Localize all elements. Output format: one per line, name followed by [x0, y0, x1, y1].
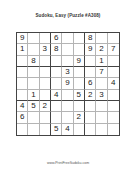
cell-r2c3: 3: [40, 44, 51, 55]
cell-r7c5: [62, 101, 73, 112]
cell-r2c9: 7: [108, 44, 119, 55]
cell-r4c6: [74, 67, 85, 78]
cell-r5c3: [40, 78, 51, 89]
cell-r1c5: [62, 33, 73, 44]
cell-r7c2: 5: [28, 101, 39, 112]
cell-r6c5: [62, 90, 73, 101]
cell-r9c9: [108, 124, 119, 135]
cell-r5c6: [74, 78, 85, 89]
cell-r9c1: [17, 124, 28, 135]
cell-r9c6: [74, 124, 85, 135]
footer-url: www.PrintFreeSudoku.com: [0, 161, 136, 165]
cell-r7c3: 2: [40, 101, 51, 112]
cell-r5c5: 9: [62, 78, 73, 89]
cell-r1c6: [74, 33, 85, 44]
cell-r8c7: [85, 112, 96, 123]
cell-r1c8: [96, 33, 107, 44]
puzzle-title: Sudoku, Easy (Puzzle #A308): [0, 13, 136, 18]
cell-r9c7: [85, 124, 96, 135]
cell-r7c6: [74, 101, 85, 112]
cell-r3c4: [51, 56, 62, 67]
cell-r6c2: 1: [28, 90, 39, 101]
cell-r2c7: 9: [85, 44, 96, 55]
cell-r4c5: 3: [62, 67, 73, 78]
cell-r6c4: 4: [51, 90, 62, 101]
cell-r6c3: [40, 90, 51, 101]
cell-r7c9: [108, 101, 119, 112]
cell-r8c1: 6: [17, 112, 28, 123]
cell-r5c9: 4: [108, 78, 119, 89]
cell-r5c4: [51, 78, 62, 89]
cell-r8c4: [51, 112, 62, 123]
cell-r4c7: [85, 67, 96, 78]
cell-r2c2: [28, 44, 39, 55]
cell-r2c8: 2: [96, 44, 107, 55]
cell-r2c5: [62, 44, 73, 55]
cell-r9c4: 5: [51, 124, 62, 135]
cell-r8c8: [96, 112, 107, 123]
cell-r3c6: 9: [74, 56, 85, 67]
page: Sudoku, Easy (Puzzle #A308) 968138927891…: [0, 0, 136, 176]
cell-r8c3: [40, 112, 51, 123]
cell-r6c9: [108, 90, 119, 101]
cell-r3c9: [108, 56, 119, 67]
cell-r1c3: [40, 33, 51, 44]
cell-r8c5: [62, 112, 73, 123]
cell-r5c8: [96, 78, 107, 89]
cell-r7c8: [96, 101, 107, 112]
cell-r1c9: [108, 33, 119, 44]
cell-r7c4: [51, 101, 62, 112]
cell-r8c9: [108, 112, 119, 123]
cell-r9c3: [40, 124, 51, 135]
cell-r3c1: [17, 56, 28, 67]
cell-r2c6: [74, 44, 85, 55]
cell-r3c7: [85, 56, 96, 67]
cell-r1c2: [28, 33, 39, 44]
cell-r4c8: 7: [96, 67, 107, 78]
cell-r1c1: 9: [17, 33, 28, 44]
cell-r8c6: 2: [74, 112, 85, 123]
cell-r9c8: [96, 124, 107, 135]
cell-r9c5: 4: [62, 124, 73, 135]
cell-r2c4: 8: [51, 44, 62, 55]
cell-r6c7: 2: [85, 90, 96, 101]
cell-r6c8: 3: [96, 90, 107, 101]
cell-r4c3: [40, 67, 51, 78]
cell-r3c5: [62, 56, 73, 67]
cell-r4c1: [17, 67, 28, 78]
cell-r1c4: 6: [51, 33, 62, 44]
cell-r3c2: 8: [28, 56, 39, 67]
cell-r5c2: [28, 78, 39, 89]
cell-r7c1: 4: [17, 101, 28, 112]
cell-r9c2: [28, 124, 39, 135]
cell-r4c9: [108, 67, 119, 78]
cell-r4c2: [28, 67, 39, 78]
cell-r1c7: 8: [85, 33, 96, 44]
cell-r7c7: [85, 101, 96, 112]
cell-r3c8: 1: [96, 56, 107, 67]
cell-r4c4: [51, 67, 62, 78]
cell-r6c6: 5: [74, 90, 85, 101]
cell-r8c2: [28, 112, 39, 123]
cell-r5c1: [17, 78, 28, 89]
cell-r3c3: [40, 56, 51, 67]
sudoku-board: 96813892789137964145234526254: [16, 32, 120, 136]
cell-r6c1: [17, 90, 28, 101]
cell-r5c7: 6: [85, 78, 96, 89]
cell-r2c1: 1: [17, 44, 28, 55]
